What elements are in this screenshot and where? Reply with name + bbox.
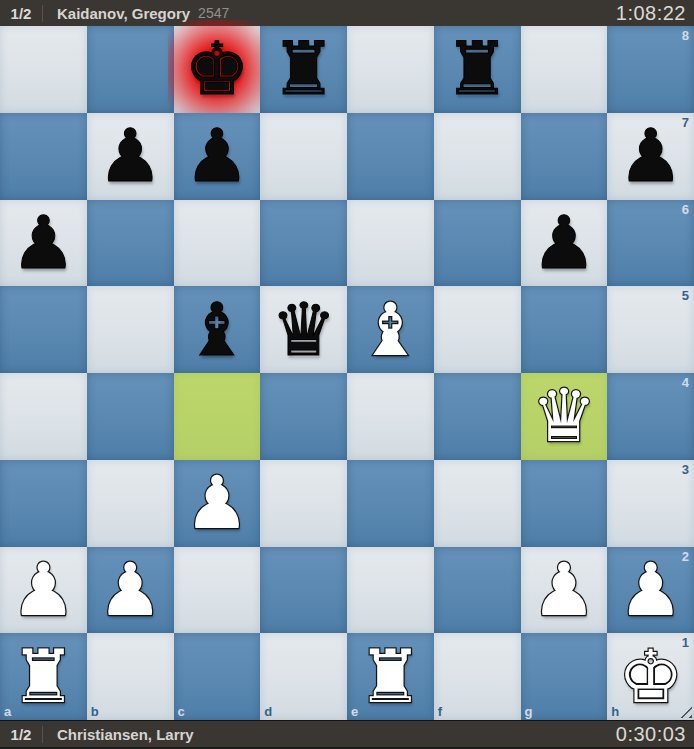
square-d3[interactable] — [260, 460, 347, 547]
piece-black-pawn[interactable]: ♟ — [531, 200, 596, 286]
piece-black-pawn[interactable]: ♟ — [11, 200, 76, 286]
square-c6[interactable] — [174, 200, 261, 287]
square-b4[interactable] — [87, 373, 174, 460]
piece-white-pawn[interactable]: ♟ — [11, 547, 76, 633]
square-g5[interactable] — [521, 286, 608, 373]
square-d5[interactable]: ♛ — [260, 286, 347, 373]
piece-black-pawn[interactable]: ♟ — [97, 113, 162, 199]
file-label-b: b — [91, 704, 99, 719]
score-top: 1/2 — [0, 5, 42, 22]
player-name-bottom: Christiansen, Larry — [57, 726, 194, 743]
square-c7[interactable]: ♟ — [174, 113, 261, 200]
square-a4[interactable] — [0, 373, 87, 460]
square-c8[interactable]: ♚ — [174, 26, 261, 113]
piece-white-pawn[interactable]: ♟ — [531, 547, 596, 633]
square-h7[interactable]: ♟7 — [607, 113, 694, 200]
square-a7[interactable] — [0, 113, 87, 200]
square-d7[interactable] — [260, 113, 347, 200]
square-g6[interactable]: ♟ — [521, 200, 608, 287]
last-move-highlight — [174, 373, 261, 460]
square-f5[interactable] — [434, 286, 521, 373]
square-g3[interactable] — [521, 460, 608, 547]
player-name-top: Kaidanov, Gregory — [57, 5, 190, 22]
square-h5[interactable]: 5 — [607, 286, 694, 373]
rank-label-7: 7 — [682, 115, 689, 130]
piece-white-queen[interactable]: ♛ — [531, 373, 596, 459]
square-g4[interactable]: ♛ — [521, 373, 608, 460]
piece-white-king[interactable]: ♚ — [618, 634, 683, 720]
square-e5[interactable]: ♝ — [347, 286, 434, 373]
file-label-d: d — [264, 704, 272, 719]
square-g7[interactable] — [521, 113, 608, 200]
square-g1[interactable]: g — [521, 633, 608, 720]
square-e6[interactable] — [347, 200, 434, 287]
square-h2[interactable]: ♟2 — [607, 547, 694, 634]
square-h6[interactable]: 6 — [607, 200, 694, 287]
rank-label-3: 3 — [682, 462, 689, 477]
square-f1[interactable]: f — [434, 633, 521, 720]
square-e2[interactable] — [347, 547, 434, 634]
square-b8[interactable] — [87, 26, 174, 113]
square-a8[interactable] — [0, 26, 87, 113]
square-c1[interactable]: c — [174, 633, 261, 720]
file-label-e: e — [351, 704, 358, 719]
square-f6[interactable] — [434, 200, 521, 287]
player-bar-top: 1/2 Kaidanov, Gregory 2547 1:08:22 — [0, 0, 694, 26]
clock-top: 1:08:22 — [616, 2, 694, 25]
square-f7[interactable] — [434, 113, 521, 200]
piece-black-pawn[interactable]: ♟ — [184, 113, 249, 199]
piece-white-pawn[interactable]: ♟ — [618, 547, 683, 633]
square-h4[interactable]: 4 — [607, 373, 694, 460]
square-a2[interactable]: ♟ — [0, 547, 87, 634]
square-c2[interactable] — [174, 547, 261, 634]
player-rating-top: 2547 — [198, 5, 229, 21]
square-c4[interactable] — [174, 373, 261, 460]
square-f4[interactable] — [434, 373, 521, 460]
square-b5[interactable] — [87, 286, 174, 373]
rank-label-8: 8 — [682, 28, 689, 43]
square-b3[interactable] — [87, 460, 174, 547]
square-e1[interactable]: ♜e — [347, 633, 434, 720]
chess-board[interactable]: ♚♜♜8♟♟♟7♟♟6♝♛♝5♛4♟3♟♟♟♟2♜abcd♜efg♚1h — [0, 26, 694, 720]
square-d4[interactable] — [260, 373, 347, 460]
square-f3[interactable] — [434, 460, 521, 547]
bar-separator — [42, 5, 43, 22]
file-label-h: h — [611, 704, 619, 719]
piece-white-rook[interactable]: ♜ — [358, 634, 423, 720]
piece-black-pawn[interactable]: ♟ — [618, 113, 683, 199]
score-bottom: 1/2 — [0, 726, 42, 743]
square-b2[interactable]: ♟ — [87, 547, 174, 634]
rank-label-2: 2 — [682, 549, 689, 564]
square-c3[interactable]: ♟ — [174, 460, 261, 547]
piece-black-bishop[interactable]: ♝ — [184, 287, 249, 373]
file-label-a: a — [4, 704, 11, 719]
square-b6[interactable] — [87, 200, 174, 287]
square-c5[interactable]: ♝ — [174, 286, 261, 373]
square-a6[interactable]: ♟ — [0, 200, 87, 287]
square-a3[interactable] — [0, 460, 87, 547]
bar-separator — [42, 726, 43, 743]
piece-white-bishop[interactable]: ♝ — [358, 287, 423, 373]
piece-black-rook[interactable]: ♜ — [444, 26, 509, 112]
piece-white-rook[interactable]: ♜ — [11, 634, 76, 720]
piece-black-rook[interactable]: ♜ — [271, 26, 336, 112]
piece-black-king[interactable]: ♚ — [184, 26, 249, 112]
file-label-f: f — [438, 704, 442, 719]
square-d8[interactable]: ♜ — [260, 26, 347, 113]
piece-white-pawn[interactable]: ♟ — [97, 547, 162, 633]
square-f8[interactable]: ♜ — [434, 26, 521, 113]
square-e7[interactable] — [347, 113, 434, 200]
square-g8[interactable] — [521, 26, 608, 113]
square-a5[interactable] — [0, 286, 87, 373]
square-h3[interactable]: 3 — [607, 460, 694, 547]
player-bar-bottom: 1/2 Christiansen, Larry 0:30:03 — [0, 720, 694, 749]
square-e4[interactable] — [347, 373, 434, 460]
square-d6[interactable] — [260, 200, 347, 287]
square-a1[interactable]: ♜a — [0, 633, 87, 720]
file-label-c: c — [178, 704, 185, 719]
square-d1[interactable]: d — [260, 633, 347, 720]
piece-white-pawn[interactable]: ♟ — [184, 460, 249, 546]
rank-label-6: 6 — [682, 202, 689, 217]
file-label-g: g — [525, 704, 533, 719]
square-e3[interactable] — [347, 460, 434, 547]
square-h1[interactable]: ♚1h — [607, 633, 694, 720]
square-b1[interactable]: b — [87, 633, 174, 720]
square-b7[interactable]: ♟ — [87, 113, 174, 200]
square-e8[interactable] — [347, 26, 434, 113]
rank-label-1: 1 — [682, 635, 689, 650]
piece-black-queen[interactable]: ♛ — [271, 287, 336, 373]
square-d2[interactable] — [260, 547, 347, 634]
square-g2[interactable]: ♟ — [521, 547, 608, 634]
square-f2[interactable] — [434, 547, 521, 634]
rank-label-5: 5 — [682, 288, 689, 303]
clock-bottom: 0:30:03 — [616, 723, 694, 746]
rank-label-4: 4 — [682, 375, 689, 390]
square-h8[interactable]: 8 — [607, 26, 694, 113]
